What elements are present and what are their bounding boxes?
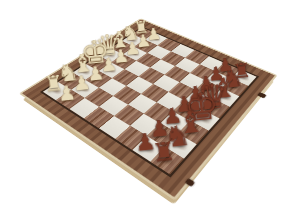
board-grid: ♜♟♟♜♞♟♟♞♝♟♟♝♛♟♟♛♚♟♟♚♝♟♟♝♞♟♟♞♜♟♟♜ — [43, 28, 257, 175]
white-pawn: ♟ — [57, 84, 77, 102]
board-playing-area: ♜♟♟♜♞♟♟♞♝♟♟♝♛♟♟♛♚♟♟♚♝♟♟♝♞♟♟♞♜♟♟♜ — [40, 26, 259, 177]
clasp-knob — [257, 92, 266, 98]
chess-set-photo: ♜♟♟♜♞♟♟♞♝♟♟♝♛♟♟♛♚♟♟♚♝♟♟♝♞♟♟♞♜♟♟♜ — [0, 0, 298, 223]
chess-board: ♜♟♟♜♞♟♟♞♝♟♟♝♛♟♟♛♚♟♟♚♝♟♟♝♞♟♟♞♜♟♟♜ — [19, 18, 278, 200]
board-perspective-wrapper: ♜♟♟♜♞♟♟♞♝♟♟♝♛♟♟♛♚♟♟♚♝♟♟♝♞♟♟♞♜♟♟♜ — [52, 0, 254, 185]
black-rook: ♜ — [151, 141, 177, 165]
